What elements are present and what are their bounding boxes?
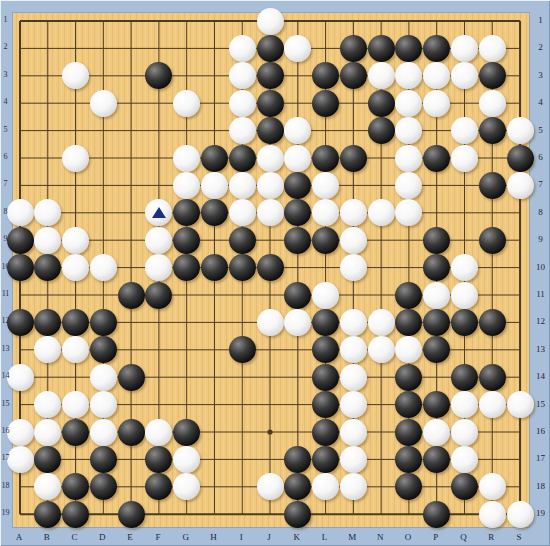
column-label: Q (457, 532, 469, 542)
stone-white[interactable] (201, 172, 228, 199)
stone-white[interactable] (451, 145, 478, 172)
column-label: C (69, 532, 81, 542)
row-label-left: 12 (0, 316, 11, 326)
stone-white[interactable] (173, 172, 200, 199)
row-label-left: 11 (0, 289, 11, 299)
stone-black[interactable] (507, 145, 534, 172)
stone-white[interactable] (479, 501, 506, 528)
stone-black[interactable] (312, 145, 339, 172)
stone-black[interactable] (62, 309, 89, 336)
stone-white[interactable] (257, 473, 284, 500)
stone-white[interactable] (284, 35, 311, 62)
column-label: L (319, 532, 331, 542)
stone-black[interactable] (312, 419, 339, 446)
stone-white[interactable] (479, 35, 506, 62)
stone-black[interactable] (118, 419, 145, 446)
row-label-left: 13 (0, 344, 11, 354)
stone-black[interactable] (479, 172, 506, 199)
stone-white[interactable] (368, 62, 395, 89)
row-label-right: 7 (533, 179, 548, 189)
stone-black[interactable] (90, 473, 117, 500)
stone-black[interactable] (479, 309, 506, 336)
row-label-left: 3 (0, 70, 11, 80)
stone-black[interactable] (312, 391, 339, 418)
stone-white[interactable] (479, 391, 506, 418)
stone-black[interactable] (284, 172, 311, 199)
column-label: S (513, 532, 525, 542)
column-label: A (13, 532, 25, 542)
row-label-left: 14 (0, 371, 11, 381)
stone-black[interactable] (90, 309, 117, 336)
stone-white[interactable] (340, 199, 367, 226)
stone-black[interactable] (62, 501, 89, 528)
stone-white[interactable] (451, 35, 478, 62)
stone-black[interactable] (229, 254, 256, 281)
row-label-right: 16 (533, 426, 548, 436)
go-viewer-window: ABCDEFGHIJKLMNOPQRS112233445566778899101… (0, 0, 550, 546)
stone-black[interactable] (229, 336, 256, 363)
stone-white[interactable] (340, 227, 367, 254)
stone-white[interactable] (34, 419, 61, 446)
stone-white[interactable] (284, 309, 311, 336)
stone-black[interactable] (368, 90, 395, 117)
stone-white[interactable] (340, 254, 367, 281)
stone-black[interactable] (451, 364, 478, 391)
row-label-left: 4 (0, 97, 11, 107)
column-label: B (41, 532, 53, 542)
stone-black[interactable] (312, 90, 339, 117)
stone-black[interactable] (284, 446, 311, 473)
stone-black[interactable] (34, 501, 61, 528)
row-label-right: 1 (533, 15, 548, 25)
row-label-right: 6 (533, 152, 548, 162)
row-label-left: 1 (0, 15, 11, 25)
stone-white[interactable] (451, 117, 478, 144)
row-label-left: 8 (0, 207, 11, 217)
stone-white[interactable] (90, 364, 117, 391)
row-label-right: 8 (533, 207, 548, 217)
row-label-right: 11 (533, 289, 548, 299)
column-label: I (235, 532, 247, 542)
stone-black[interactable] (340, 35, 367, 62)
stone-white[interactable] (257, 145, 284, 172)
stone-black[interactable] (201, 254, 228, 281)
stone-white[interactable] (173, 446, 200, 473)
stone-white[interactable] (257, 8, 284, 35)
stone-white[interactable] (507, 172, 534, 199)
stone-black[interactable] (229, 227, 256, 254)
column-label: P (430, 532, 442, 542)
stone-black[interactable] (340, 62, 367, 89)
stone-black[interactable] (423, 446, 450, 473)
stone-black[interactable] (479, 117, 506, 144)
stone-white[interactable] (340, 419, 367, 446)
row-label-right: 14 (533, 371, 548, 381)
column-label: D (96, 532, 108, 542)
column-label: F (152, 532, 164, 542)
row-label-right: 15 (533, 399, 548, 409)
stone-white[interactable] (340, 473, 367, 500)
stone-white[interactable] (451, 419, 478, 446)
stone-white[interactable] (62, 254, 89, 281)
stone-white[interactable] (62, 145, 89, 172)
stone-black[interactable] (284, 227, 311, 254)
stone-white[interactable] (507, 501, 534, 528)
stone-white[interactable] (62, 391, 89, 418)
row-label-left: 18 (0, 481, 11, 491)
stone-white[interactable] (229, 117, 256, 144)
stone-black[interactable] (423, 501, 450, 528)
stone-white[interactable] (368, 199, 395, 226)
stone-white[interactable] (507, 117, 534, 144)
stone-white[interactable] (229, 35, 256, 62)
stone-black[interactable] (118, 282, 145, 309)
column-label: M (346, 532, 358, 542)
stone-white[interactable] (34, 227, 61, 254)
star-point (267, 429, 272, 434)
stone-black[interactable] (312, 364, 339, 391)
stone-white[interactable] (395, 145, 422, 172)
stone-white[interactable] (340, 336, 367, 363)
stone-white[interactable] (451, 254, 478, 281)
stone-black[interactable] (229, 145, 256, 172)
stone-white[interactable] (145, 227, 172, 254)
column-label: E (124, 532, 136, 542)
row-label-left: 2 (0, 42, 11, 52)
stone-black[interactable] (451, 309, 478, 336)
column-label: N (374, 532, 386, 542)
stone-black[interactable] (62, 419, 89, 446)
stone-white[interactable] (368, 309, 395, 336)
stone-black[interactable] (479, 227, 506, 254)
row-label-right: 17 (533, 453, 548, 463)
row-label-right: 9 (533, 234, 548, 244)
stone-black[interactable] (340, 145, 367, 172)
row-label-right: 13 (533, 344, 548, 354)
stone-black[interactable] (395, 419, 422, 446)
stone-black[interactable] (479, 364, 506, 391)
stone-black[interactable] (34, 446, 61, 473)
stone-black[interactable] (395, 282, 422, 309)
stone-white[interactable] (423, 282, 450, 309)
row-label-right: 19 (533, 508, 548, 518)
stone-black[interactable] (257, 254, 284, 281)
stone-black[interactable] (368, 35, 395, 62)
stone-black[interactable] (312, 446, 339, 473)
stone-black[interactable] (201, 145, 228, 172)
stone-white[interactable] (340, 446, 367, 473)
stone-white[interactable] (423, 90, 450, 117)
stone-black[interactable] (368, 117, 395, 144)
row-label-left: 19 (0, 508, 11, 518)
stone-black[interactable] (118, 364, 145, 391)
stone-white[interactable] (90, 391, 117, 418)
column-label: O (402, 532, 414, 542)
stone-black[interactable] (34, 309, 61, 336)
stone-white[interactable] (90, 90, 117, 117)
row-label-right: 4 (533, 97, 548, 107)
stone-black[interactable] (284, 501, 311, 528)
stone-white[interactable] (423, 419, 450, 446)
row-label-right: 5 (533, 125, 548, 135)
stone-black[interactable] (257, 117, 284, 144)
stone-black[interactable] (284, 282, 311, 309)
stone-white[interactable] (312, 282, 339, 309)
stone-white[interactable] (312, 172, 339, 199)
column-label: K (291, 532, 303, 542)
stone-black[interactable] (90, 446, 117, 473)
row-label-left: 9 (0, 234, 11, 244)
stone-white[interactable] (451, 282, 478, 309)
stone-black[interactable] (145, 282, 172, 309)
stone-black[interactable] (257, 90, 284, 117)
stone-black[interactable] (257, 35, 284, 62)
stone-black[interactable] (312, 309, 339, 336)
row-label-left: 16 (0, 426, 11, 436)
stone-white[interactable] (257, 172, 284, 199)
stone-black[interactable] (423, 35, 450, 62)
stone-black[interactable] (479, 62, 506, 89)
stone-white[interactable] (340, 364, 367, 391)
stone-black[interactable] (312, 227, 339, 254)
row-label-left: 6 (0, 152, 11, 162)
stone-black[interactable] (173, 419, 200, 446)
stone-white[interactable] (340, 391, 367, 418)
row-label-left: 5 (0, 125, 11, 135)
stone-black[interactable] (257, 62, 284, 89)
row-label-right: 3 (533, 70, 548, 80)
stone-white[interactable] (173, 145, 200, 172)
stone-white[interactable] (340, 309, 367, 336)
stone-white[interactable] (395, 90, 422, 117)
row-label-right: 18 (533, 481, 548, 491)
stone-white[interactable] (62, 227, 89, 254)
stone-white[interactable] (479, 90, 506, 117)
goban[interactable] (12, 12, 530, 528)
stone-white[interactable] (479, 473, 506, 500)
stone-white[interactable] (90, 254, 117, 281)
column-label: G (180, 532, 192, 542)
stone-white[interactable] (368, 336, 395, 363)
stone-white[interactable] (229, 199, 256, 226)
column-label: J (263, 532, 275, 542)
stone-black[interactable] (395, 364, 422, 391)
column-label: R (485, 532, 497, 542)
row-label-left: 15 (0, 399, 11, 409)
stone-white[interactable] (451, 391, 478, 418)
stone-white[interactable] (229, 62, 256, 89)
row-label-right: 2 (533, 42, 548, 52)
row-label-right: 10 (533, 262, 548, 272)
stone-white[interactable] (229, 90, 256, 117)
row-label-left: 7 (0, 179, 11, 189)
column-label: H (207, 532, 219, 542)
stone-white[interactable] (451, 446, 478, 473)
row-label-right: 12 (533, 316, 548, 326)
row-label-left: 17 (0, 453, 11, 463)
stone-white[interactable] (90, 419, 117, 446)
stone-white[interactable] (145, 419, 172, 446)
stone-white[interactable] (257, 199, 284, 226)
stone-white[interactable] (257, 309, 284, 336)
stone-black[interactable] (90, 336, 117, 363)
stone-white[interactable] (173, 90, 200, 117)
stone-white[interactable] (284, 145, 311, 172)
last-move-marker (152, 207, 166, 218)
stone-white[interactable] (229, 172, 256, 199)
stone-black[interactable] (423, 227, 450, 254)
stone-black[interactable] (118, 501, 145, 528)
stone-white[interactable] (507, 391, 534, 418)
stone-black[interactable] (423, 309, 450, 336)
row-label-left: 10 (0, 262, 11, 272)
stone-black[interactable] (173, 227, 200, 254)
stone-black[interactable] (423, 145, 450, 172)
